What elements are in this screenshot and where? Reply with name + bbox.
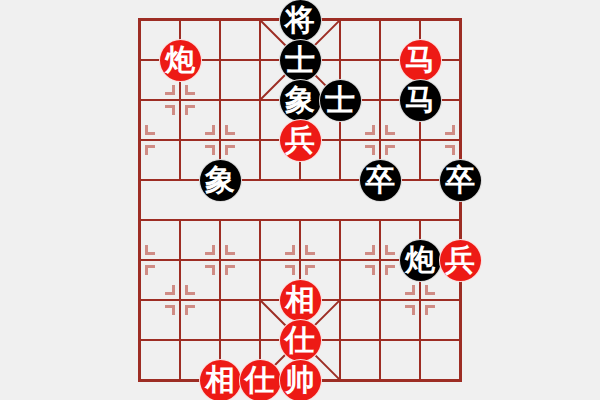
point-marker [225, 145, 235, 155]
piece-black-elephant[interactable]: 象 [199, 159, 242, 202]
point-marker [285, 265, 295, 275]
point-marker [145, 125, 155, 135]
point-marker [225, 265, 235, 275]
point-marker [365, 265, 375, 275]
piece-red-elephant[interactable]: 相 [199, 359, 242, 400]
point-marker [165, 305, 175, 315]
point-marker [405, 285, 415, 295]
piece-red-cannon[interactable]: 炮 [159, 39, 202, 82]
piece-black-soldier[interactable]: 卒 [439, 159, 482, 202]
point-marker [165, 85, 175, 95]
piece-red-advisor[interactable]: 仕 [279, 319, 322, 362]
grid-line-vertical [379, 220, 381, 380]
piece-red-soldier[interactable]: 兵 [439, 239, 482, 282]
grid-line-vertical [379, 20, 381, 180]
point-marker [385, 145, 395, 155]
piece-black-advisor[interactable]: 士 [319, 79, 362, 122]
piece-red-advisor[interactable]: 仕 [239, 359, 282, 400]
piece-black-horse[interactable]: 马 [399, 79, 442, 122]
point-marker [365, 125, 375, 135]
piece-red-general[interactable]: 帅 [279, 359, 322, 400]
piece-black-general[interactable]: 将 [279, 0, 322, 42]
point-marker [405, 305, 415, 315]
point-marker [185, 85, 195, 95]
point-marker [145, 145, 155, 155]
point-marker [185, 305, 195, 315]
point-marker [145, 265, 155, 275]
point-marker [285, 245, 295, 255]
piece-red-elephant[interactable]: 相 [279, 279, 322, 322]
point-marker [305, 265, 315, 275]
point-marker [445, 125, 455, 135]
piece-black-advisor[interactable]: 士 [279, 39, 322, 82]
piece-black-soldier[interactable]: 卒 [359, 159, 402, 202]
piece-black-elephant[interactable]: 象 [279, 79, 322, 122]
point-marker [185, 285, 195, 295]
piece-red-horse[interactable]: 马 [399, 39, 442, 82]
point-marker [205, 145, 215, 155]
point-marker [225, 125, 235, 135]
point-marker [205, 125, 215, 135]
xiangqi-board: 将炮士马象士马兵象卒卒炮兵相仕相仕帅 [0, 0, 600, 400]
point-marker [145, 245, 155, 255]
point-marker [425, 305, 435, 315]
piece-black-cannon[interactable]: 炮 [399, 239, 442, 282]
grid-line-vertical [179, 220, 181, 380]
point-marker [185, 105, 195, 115]
grid-line-vertical [219, 220, 221, 380]
point-marker [365, 145, 375, 155]
point-marker [445, 145, 455, 155]
point-marker [165, 105, 175, 115]
point-marker [425, 285, 435, 295]
point-marker [385, 245, 395, 255]
point-marker [365, 245, 375, 255]
point-marker [385, 265, 395, 275]
point-marker [165, 285, 175, 295]
point-marker [305, 245, 315, 255]
point-marker [225, 245, 235, 255]
point-marker [205, 265, 215, 275]
grid-line-vertical [219, 20, 221, 180]
point-marker [205, 245, 215, 255]
point-marker [385, 125, 395, 135]
piece-red-soldier[interactable]: 兵 [279, 119, 322, 162]
